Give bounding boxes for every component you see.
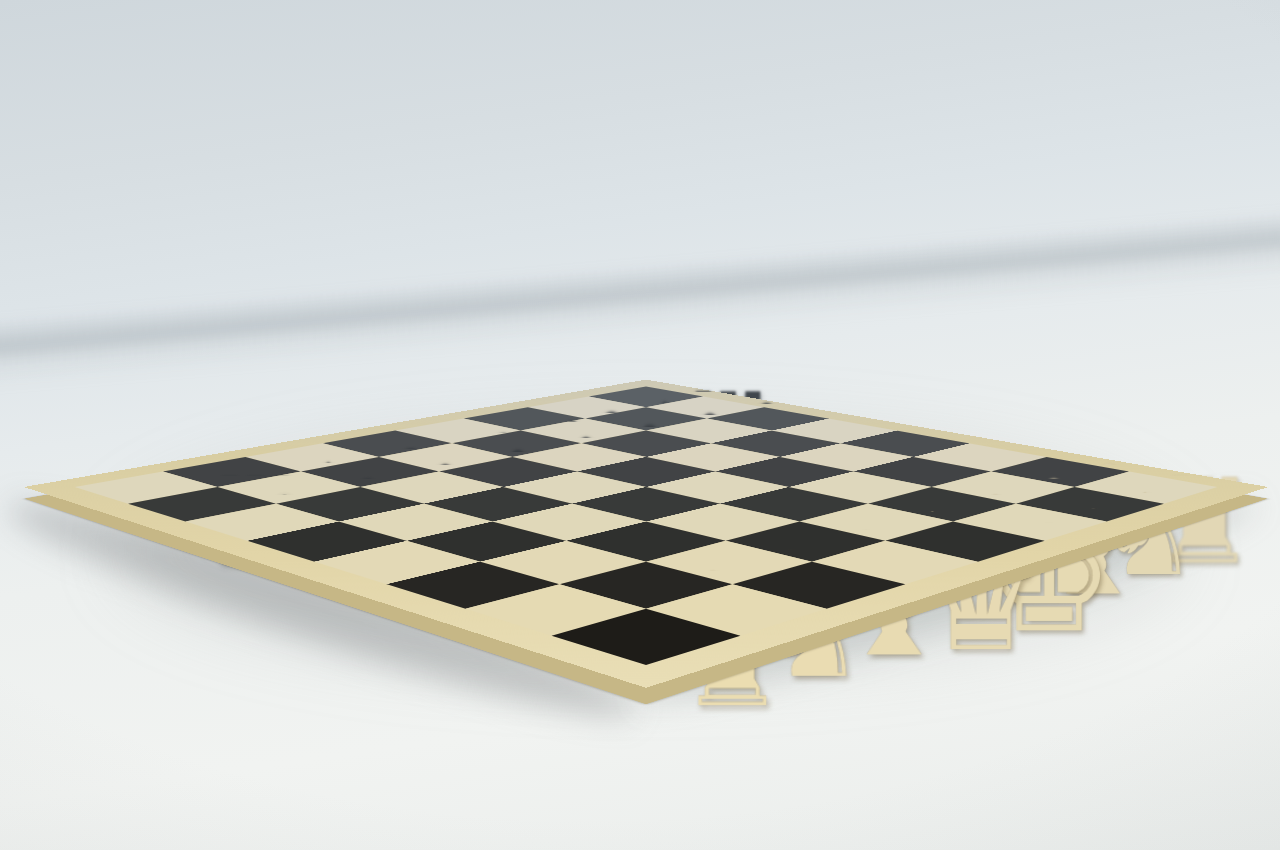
chessboard-scene: ♜♟♟♜♞♟♟♞♝♟♟♝♚♟♟♚♛♟♟♛♝♟♟♝♞♟♟♞♜♟♟♜ xyxy=(206,47,1086,850)
square-b6[interactable] xyxy=(276,487,424,522)
board-face: ♜♟♟♜♞♟♟♞♝♟♟♝♚♟♟♚♛♟♟♛♝♟♟♝♞♟♟♞♜♟♟♜ xyxy=(24,380,1269,688)
photo-backdrop: ♜♟♟♜♞♟♟♞♝♟♟♝♚♟♟♚♛♟♟♛♝♟♟♝♞♟♟♞♜♟♟♜ xyxy=(0,0,1280,850)
chessboard: ♜♟♟♜♞♟♟♞♝♟♟♝♚♟♟♚♛♟♟♛♝♟♟♝♞♟♟♞♜♟♟♜ xyxy=(24,380,1269,688)
